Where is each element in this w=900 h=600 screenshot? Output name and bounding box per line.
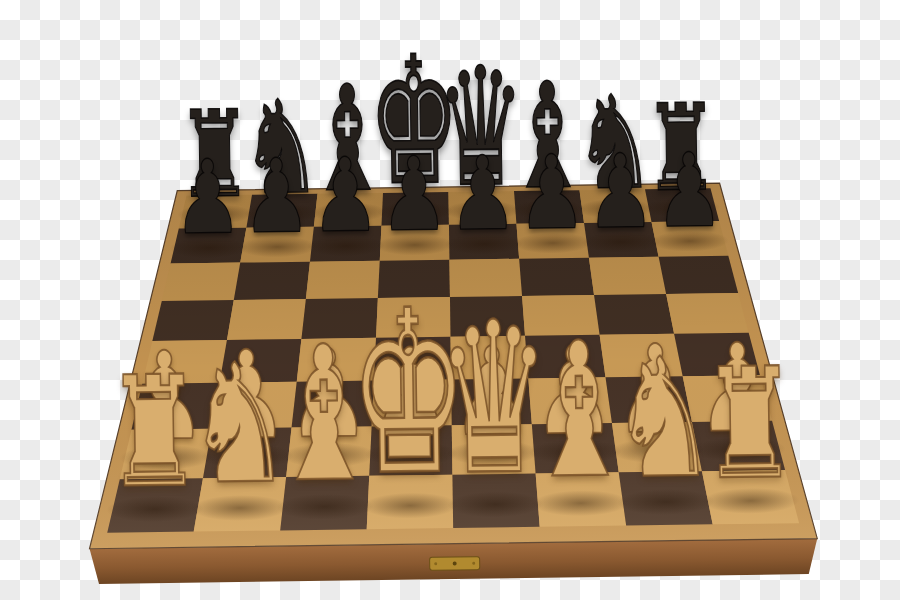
square-d5: [375, 297, 450, 338]
square-b8: [246, 194, 318, 228]
square-f6: [519, 258, 594, 296]
square-h1: [702, 470, 799, 525]
square-e3: [451, 378, 532, 425]
square-d6: [377, 260, 450, 298]
square-b1: [193, 477, 287, 532]
chess-set-photo: ♜♞♝♚♛♝♞♜♟♟♟♟♟♟♟♟♟♟♟♟♟♟♟♟♜♞♝♚♛♝♞♜: [0, 0, 900, 600]
square-c5: [301, 298, 379, 339]
square-b4: [219, 339, 302, 383]
square-a4: [142, 340, 228, 384]
square-c3: [291, 381, 375, 428]
square-a3: [131, 383, 220, 430]
square-f3: [528, 377, 612, 424]
square-b2: [202, 428, 292, 479]
square-c8: [313, 193, 383, 227]
square-c2: [285, 426, 372, 477]
square-f1: [536, 472, 627, 527]
square-d4: [373, 337, 451, 381]
square-h6: [659, 256, 739, 294]
square-e4: [451, 336, 529, 380]
square-c4: [296, 338, 376, 382]
square-e1: [452, 473, 539, 528]
square-b7: [240, 227, 315, 263]
transparent-checker-background: ♜♞♝♚♛♝♞♜♟♟♟♟♟♟♟♟♟♟♟♟♟♟♟♟♜♞♝♚♛♝♞♜: [0, 0, 900, 600]
square-b6: [233, 262, 310, 300]
square-e5: [450, 296, 525, 337]
square-e8: [448, 191, 516, 225]
square-g5: [594, 294, 674, 335]
square-a7: [170, 228, 247, 264]
square-d3: [371, 379, 452, 426]
square-f2: [532, 423, 619, 474]
square-f4: [525, 335, 605, 379]
square-a2: [119, 429, 212, 480]
square-g7: [584, 222, 659, 258]
square-a6: [161, 263, 241, 301]
square-a5: [152, 300, 235, 341]
square-g3: [605, 376, 691, 423]
square-f7: [516, 223, 588, 259]
square-g8: [579, 189, 651, 223]
square-h4: [674, 332, 760, 376]
square-d2: [369, 425, 453, 476]
square-b3: [211, 382, 297, 429]
square-a1: [106, 478, 203, 533]
square-c7: [309, 226, 381, 262]
square-b5: [226, 299, 306, 340]
square-d1: [366, 475, 453, 530]
square-d8: [381, 192, 449, 226]
square-c6: [305, 261, 380, 299]
square-e2: [452, 424, 536, 475]
square-a8: [178, 195, 252, 229]
square-g1: [619, 471, 713, 526]
square-h2: [692, 421, 785, 472]
square-e6: [449, 259, 522, 297]
square-g4: [600, 334, 683, 378]
square-f5: [522, 295, 600, 336]
square-h5: [666, 293, 749, 334]
square-h3: [683, 375, 772, 422]
chess-board: [0, 0, 900, 600]
square-h8: [645, 188, 719, 222]
square-d7: [379, 225, 449, 261]
square-c1: [279, 476, 370, 531]
square-g6: [589, 257, 666, 295]
square-f8: [514, 190, 584, 224]
square-h7: [652, 221, 729, 257]
square-g2: [612, 422, 702, 473]
square-e7: [449, 224, 519, 260]
